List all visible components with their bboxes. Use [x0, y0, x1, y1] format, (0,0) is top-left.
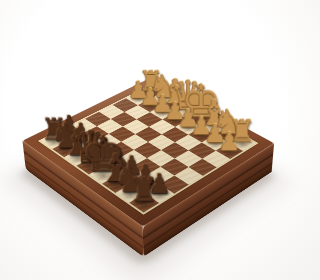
chess-board-box: ♜♞♝♛♚♝♞♜♟♟♟♟♟♟♟♟♟♟♟♟♟♟♟♟♜♞♝♛♚♝♞♜ — [22, 77, 274, 227]
square-h8[interactable]: ♜ — [129, 193, 159, 212]
white-pawn-glyph: ♟ — [203, 128, 256, 153]
photo-stage: ♜♞♝♛♚♝♞♜♟♟♟♟♟♟♟♟♟♟♟♟♟♟♟♟♜♞♝♛♚♝♞♜ — [0, 0, 280, 280]
black-rook-glyph: ♜ — [115, 173, 173, 206]
square-h2[interactable]: ♟ — [216, 143, 243, 159]
